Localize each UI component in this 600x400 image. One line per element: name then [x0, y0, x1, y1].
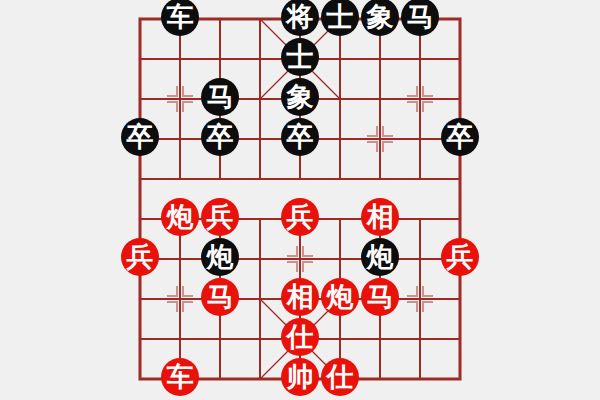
piece-black-horse[interactable]: 马: [201, 78, 239, 116]
piece-black-elephant[interactable]: 象: [281, 78, 319, 116]
piece-black-soldier[interactable]: 卒: [121, 118, 159, 156]
piece-red-horse[interactable]: 马: [361, 278, 399, 316]
piece-black-soldier[interactable]: 卒: [441, 118, 479, 156]
piece-black-cannon[interactable]: 炮: [361, 238, 399, 276]
piece-black-soldier[interactable]: 卒: [281, 118, 319, 156]
piece-red-cannon[interactable]: 炮: [321, 278, 359, 316]
piece-black-chariot[interactable]: 车: [161, 0, 199, 36]
piece-red-elephant[interactable]: 相: [281, 278, 319, 316]
piece-red-soldier[interactable]: 兵: [441, 238, 479, 276]
piece-red-soldier[interactable]: 兵: [121, 238, 159, 276]
pieces-layer: 车将士象马士马象卒卒卒卒炮兵兵相兵炮炮兵马相炮马仕车帅仕: [138, 17, 462, 381]
piece-black-cannon[interactable]: 炮: [201, 238, 239, 276]
xiangqi-stage: 车将士象马士马象卒卒卒卒炮兵兵相兵炮炮兵马相炮马仕车帅仕: [0, 0, 600, 400]
piece-black-advisor[interactable]: 士: [281, 38, 319, 76]
piece-red-cannon[interactable]: 炮: [161, 198, 199, 236]
xiangqi-board[interactable]: 车将士象马士马象卒卒卒卒炮兵兵相兵炮炮兵马相炮马仕车帅仕: [138, 17, 462, 381]
piece-red-general[interactable]: 帅: [281, 358, 319, 396]
piece-red-soldier[interactable]: 兵: [201, 198, 239, 236]
piece-black-general[interactable]: 将: [281, 0, 319, 36]
piece-black-advisor[interactable]: 士: [321, 0, 359, 36]
piece-black-soldier[interactable]: 卒: [201, 118, 239, 156]
piece-red-chariot[interactable]: 车: [161, 358, 199, 396]
piece-red-advisor[interactable]: 仕: [321, 358, 359, 396]
piece-red-soldier[interactable]: 兵: [281, 198, 319, 236]
piece-red-advisor[interactable]: 仕: [281, 318, 319, 356]
piece-red-horse[interactable]: 马: [201, 278, 239, 316]
piece-black-horse[interactable]: 马: [401, 0, 439, 36]
piece-red-elephant[interactable]: 相: [361, 198, 399, 236]
piece-black-elephant[interactable]: 象: [361, 0, 399, 36]
